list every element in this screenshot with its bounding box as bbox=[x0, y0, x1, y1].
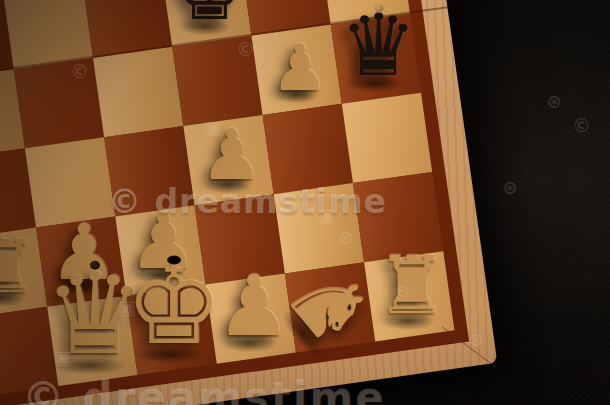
white-rook-glyph: ♜ bbox=[376, 246, 448, 326]
watermark-text-main: © dreamstime bbox=[108, 182, 387, 221]
white-pawn-f3: ♟ bbox=[200, 120, 263, 190]
white-rook-glyph: ♜ bbox=[0, 230, 38, 303]
watermark-text-bottom: © dreamstime bbox=[22, 373, 386, 405]
white-king-glyph: ♚ bbox=[125, 251, 223, 360]
black-king-glyph: ♚ bbox=[175, 0, 244, 31]
finial-dot-dark-dot bbox=[90, 261, 100, 270]
black-queen-h4: ♛ bbox=[340, 2, 417, 88]
white-rook-c2: ♜ bbox=[0, 230, 38, 303]
black-queen-glyph: ♛ bbox=[340, 2, 417, 88]
photo-scene: ♚♛♟♟♜♟♟♛♚♟♞♜ © dreamstime © dreamstime ©… bbox=[0, 0, 610, 405]
white-rook-h1: ♜ bbox=[376, 246, 448, 326]
white-pawn-g4: ♟ bbox=[271, 36, 328, 100]
finial-dot-light-dot bbox=[374, 4, 383, 12]
white-pawn-glyph: ♟ bbox=[200, 120, 263, 190]
black-king-f5: ♚ bbox=[175, 0, 244, 31]
finial-dot-hollow bbox=[167, 256, 181, 265]
white-king-e1: ♚ bbox=[125, 251, 223, 360]
white-pawn-glyph: ♟ bbox=[271, 36, 328, 100]
